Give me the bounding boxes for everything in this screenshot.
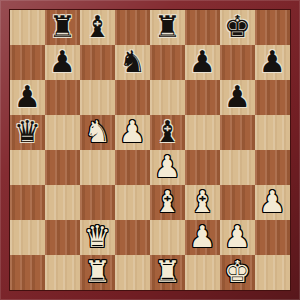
square-g3[interactable]: [220, 185, 255, 220]
piece-black-pawn: ♟: [189, 47, 216, 77]
piece-white-king: ♚: [224, 257, 251, 287]
square-f6[interactable]: [185, 80, 220, 115]
square-b2[interactable]: [45, 220, 80, 255]
square-a7[interactable]: [10, 45, 45, 80]
piece-black-pawn: ♟: [224, 82, 251, 112]
square-c7[interactable]: [80, 45, 115, 80]
piece-white-knight: ♞: [84, 117, 111, 147]
square-f2[interactable]: ♟: [185, 220, 220, 255]
square-g7[interactable]: [220, 45, 255, 80]
square-e6[interactable]: [150, 80, 185, 115]
piece-black-rook: ♜: [154, 12, 181, 42]
square-a6[interactable]: ♟: [10, 80, 45, 115]
piece-white-pawn: ♟: [189, 222, 216, 252]
square-b5[interactable]: [45, 115, 80, 150]
square-a1[interactable]: [10, 255, 45, 290]
piece-white-pawn: ♟: [259, 187, 286, 217]
square-h5[interactable]: [255, 115, 290, 150]
square-g8[interactable]: ♚: [220, 10, 255, 45]
piece-white-bishop: ♝: [154, 187, 181, 217]
square-c4[interactable]: [80, 150, 115, 185]
piece-white-queen: ♛: [84, 222, 111, 252]
piece-black-queen: ♛: [14, 117, 41, 147]
piece-black-bishop: ♝: [154, 117, 181, 147]
square-c6[interactable]: [80, 80, 115, 115]
square-h6[interactable]: [255, 80, 290, 115]
piece-white-bishop: ♝: [189, 187, 216, 217]
piece-white-rook: ♜: [154, 257, 181, 287]
piece-black-pawn: ♟: [259, 47, 286, 77]
square-d2[interactable]: [115, 220, 150, 255]
square-a3[interactable]: [10, 185, 45, 220]
square-d1[interactable]: [115, 255, 150, 290]
square-e5[interactable]: ♝: [150, 115, 185, 150]
square-b8[interactable]: ♜: [45, 10, 80, 45]
piece-black-bishop: ♝: [84, 12, 111, 42]
square-c8[interactable]: ♝: [80, 10, 115, 45]
square-a5[interactable]: ♛: [10, 115, 45, 150]
board-frame: ♜♝♜♚♟♞♟♟♟♟♛♞♟♝♟♝♝♟♛♟♟♜♜♚: [0, 0, 300, 300]
square-f5[interactable]: [185, 115, 220, 150]
square-a2[interactable]: [10, 220, 45, 255]
square-h3[interactable]: ♟: [255, 185, 290, 220]
square-g6[interactable]: ♟: [220, 80, 255, 115]
chess-board: ♜♝♜♚♟♞♟♟♟♟♛♞♟♝♟♝♝♟♛♟♟♜♜♚: [10, 10, 290, 290]
square-b4[interactable]: [45, 150, 80, 185]
square-a4[interactable]: [10, 150, 45, 185]
square-d4[interactable]: [115, 150, 150, 185]
square-h8[interactable]: [255, 10, 290, 45]
square-c3[interactable]: [80, 185, 115, 220]
square-g5[interactable]: [220, 115, 255, 150]
square-c1[interactable]: ♜: [80, 255, 115, 290]
square-e7[interactable]: [150, 45, 185, 80]
square-e8[interactable]: ♜: [150, 10, 185, 45]
square-h2[interactable]: [255, 220, 290, 255]
square-d8[interactable]: [115, 10, 150, 45]
piece-white-pawn: ♟: [119, 117, 146, 147]
square-f8[interactable]: [185, 10, 220, 45]
piece-black-rook: ♜: [49, 12, 76, 42]
square-d5[interactable]: ♟: [115, 115, 150, 150]
square-f1[interactable]: [185, 255, 220, 290]
piece-black-king: ♚: [224, 12, 251, 42]
square-d3[interactable]: [115, 185, 150, 220]
square-c2[interactable]: ♛: [80, 220, 115, 255]
square-e1[interactable]: ♜: [150, 255, 185, 290]
square-b3[interactable]: [45, 185, 80, 220]
square-g2[interactable]: ♟: [220, 220, 255, 255]
square-e3[interactable]: ♝: [150, 185, 185, 220]
square-f4[interactable]: [185, 150, 220, 185]
square-e4[interactable]: ♟: [150, 150, 185, 185]
square-b6[interactable]: [45, 80, 80, 115]
square-g1[interactable]: ♚: [220, 255, 255, 290]
square-h4[interactable]: [255, 150, 290, 185]
square-f7[interactable]: ♟: [185, 45, 220, 80]
piece-white-pawn: ♟: [224, 222, 251, 252]
square-e2[interactable]: [150, 220, 185, 255]
piece-white-pawn: ♟: [154, 152, 181, 182]
square-g4[interactable]: [220, 150, 255, 185]
piece-white-rook: ♜: [84, 257, 111, 287]
piece-black-pawn: ♟: [49, 47, 76, 77]
square-h7[interactable]: ♟: [255, 45, 290, 80]
square-h1[interactable]: [255, 255, 290, 290]
square-d7[interactable]: ♞: [115, 45, 150, 80]
piece-black-pawn: ♟: [14, 82, 41, 112]
square-b1[interactable]: [45, 255, 80, 290]
square-d6[interactable]: [115, 80, 150, 115]
square-f3[interactable]: ♝: [185, 185, 220, 220]
square-c5[interactable]: ♞: [80, 115, 115, 150]
piece-black-knight: ♞: [119, 47, 146, 77]
square-b7[interactable]: ♟: [45, 45, 80, 80]
square-a8[interactable]: [10, 10, 45, 45]
